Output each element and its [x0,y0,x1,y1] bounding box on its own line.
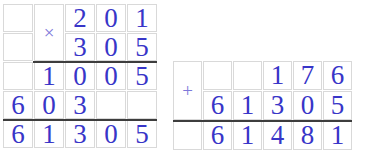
mult-cell: 1 [34,120,64,148]
mult-cell: 0 [96,62,126,90]
add-cell: 1 [233,121,262,150]
multiplication-grid: × 2 0 1 3 0 5 1 0 0 5 6 0 3 6 1 3 0 5 [3,4,157,148]
add-cell: 4 [263,121,292,150]
mult-cell: 3 [65,120,95,148]
mult-cell [127,91,157,119]
mult-cell [3,4,33,32]
partial-products-rule-line [33,61,157,63]
addition-grid: + 1 7 6 6 1 3 0 5 6 1 4 8 1 [173,61,352,150]
mult-cell: 3 [65,91,95,119]
plus-operator: + [173,61,202,120]
add-cell [203,61,232,90]
mult-cell [3,33,33,61]
mult-cell: 6 [3,91,33,119]
add-cell: 6 [203,91,232,120]
mult-cell: 5 [127,33,157,61]
addition-result-rule-line [173,120,352,122]
mult-cell: 0 [96,4,126,32]
mult-cell: 0 [96,120,126,148]
mult-cell: 2 [65,4,95,32]
add-cell: 1 [233,91,262,120]
mult-cell: 5 [127,62,157,90]
add-cell: 6 [323,61,352,90]
add-cell: 1 [263,61,292,90]
add-cell: 0 [293,91,322,120]
add-cell: 8 [293,121,322,150]
multiplication-result-rule-line [3,119,157,121]
mult-cell: 6 [3,120,33,148]
mult-cell: 0 [65,62,95,90]
mult-cell [96,91,126,119]
mult-cell: 0 [34,91,64,119]
add-cell: 3 [263,91,292,120]
mult-cell: 3 [65,33,95,61]
worksheet-canvas: × 2 0 1 3 0 5 1 0 0 5 6 0 3 6 1 3 0 5 + … [0,0,366,158]
mult-cell: 5 [127,120,157,148]
add-cell: 7 [293,61,322,90]
mult-cell: 1 [34,62,64,90]
add-cell: 6 [203,121,232,150]
mult-cell: 0 [96,33,126,61]
mult-cell [3,62,33,90]
add-cell: 1 [323,121,352,150]
multiply-operator: × [34,4,64,61]
add-cell [173,121,202,150]
add-cell [233,61,262,90]
mult-cell: 1 [127,4,157,32]
add-cell: 5 [323,91,352,120]
